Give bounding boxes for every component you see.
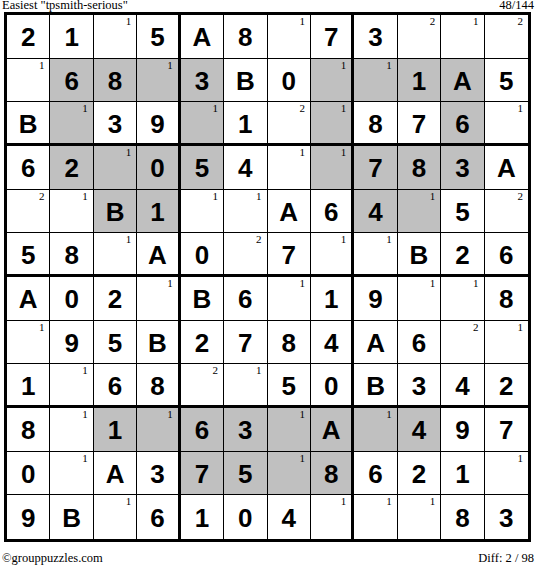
given-value: 5 bbox=[21, 242, 35, 268]
given-value: 5 bbox=[281, 373, 295, 399]
cell-r6c8[interactable]: 1 bbox=[311, 233, 354, 277]
cell-r1c12[interactable]: 2 bbox=[485, 15, 528, 59]
copyright-text: ©grouppuzzles.com bbox=[2, 552, 103, 565]
cell-r8c3: 5 bbox=[94, 321, 137, 365]
cell-r10c6: 3 bbox=[224, 408, 267, 452]
puzzle-title: Easiest "tpsmith-serious" bbox=[2, 0, 128, 12]
cell-r8c2: 9 bbox=[50, 321, 93, 365]
given-value: 2 bbox=[195, 330, 209, 356]
given-value: 6 bbox=[21, 155, 35, 181]
cell-r4c12: A bbox=[485, 146, 528, 190]
given-value: 7 bbox=[499, 417, 513, 443]
candidate-count-mark: 1 bbox=[518, 103, 524, 114]
cell-r4c10: 8 bbox=[398, 146, 441, 190]
given-value: B bbox=[192, 286, 211, 312]
cell-r7c3: 2 bbox=[94, 277, 137, 321]
cell-r7c9: 9 bbox=[354, 277, 397, 321]
cell-r5c10[interactable]: 1 bbox=[398, 190, 441, 234]
candidate-count-mark: 1 bbox=[386, 496, 392, 507]
candidate-count-mark: 2 bbox=[213, 365, 219, 376]
cell-r6c7: 7 bbox=[268, 233, 311, 277]
cell-r6c6[interactable]: 2 bbox=[224, 233, 267, 277]
given-value: 8 bbox=[368, 111, 382, 137]
cell-r7c10[interactable]: 1 bbox=[398, 277, 441, 321]
cell-r3c11: 6 bbox=[441, 102, 484, 146]
cell-r6c9[interactable]: 1 bbox=[354, 233, 397, 277]
given-value: B bbox=[19, 111, 38, 137]
cell-r6c11: 2 bbox=[441, 233, 484, 277]
candidate-count-mark: 2 bbox=[299, 103, 305, 114]
candidate-count-mark: 1 bbox=[213, 103, 219, 114]
cell-r12c2: B bbox=[50, 495, 93, 539]
given-value: 7 bbox=[324, 24, 338, 50]
cell-r4c9: 7 bbox=[354, 146, 397, 190]
cell-r1c4: 5 bbox=[137, 15, 180, 59]
cell-r2c4[interactable]: 1 bbox=[137, 59, 180, 103]
given-value: 8 bbox=[455, 505, 469, 531]
candidate-count-mark: 1 bbox=[126, 16, 132, 27]
candidate-count-mark: 1 bbox=[82, 409, 88, 420]
given-value: 9 bbox=[150, 111, 164, 137]
cell-r12c7: 4 bbox=[268, 495, 311, 539]
candidate-count-mark: 1 bbox=[473, 16, 479, 27]
cell-r2c9[interactable]: 1 bbox=[354, 59, 397, 103]
given-value: 0 bbox=[195, 242, 209, 268]
cell-r11c12[interactable]: 1 bbox=[485, 452, 528, 496]
cell-r12c4: 6 bbox=[137, 495, 180, 539]
given-value: 9 bbox=[64, 330, 78, 356]
cell-r5c8: 6 bbox=[311, 190, 354, 234]
cell-r8c9: A bbox=[354, 321, 397, 365]
given-value: 0 bbox=[324, 373, 338, 399]
candidate-count-mark: 1 bbox=[167, 278, 173, 289]
footer-bar: ©grouppuzzles.com Diff: 2 / 98 bbox=[2, 552, 534, 565]
candidate-count-mark: 1 bbox=[299, 278, 305, 289]
cell-r11c5: 7 bbox=[181, 452, 224, 496]
given-value: 3 bbox=[412, 373, 426, 399]
candidate-count-mark: 2 bbox=[430, 16, 436, 27]
given-value: 5 bbox=[455, 199, 469, 225]
given-value: 1 bbox=[150, 199, 164, 225]
given-value: 3 bbox=[195, 68, 209, 94]
cell-r12c8[interactable]: 1 bbox=[311, 495, 354, 539]
cell-r7c8: 1 bbox=[311, 277, 354, 321]
cell-r2c12: 5 bbox=[485, 59, 528, 103]
cell-r2c5: 3 bbox=[181, 59, 224, 103]
given-value: 5 bbox=[499, 68, 513, 94]
candidate-count-mark: 1 bbox=[341, 234, 347, 245]
given-value: 6 bbox=[150, 505, 164, 531]
sudoku-board: 2115A817321216813B0111A5B139112187616210… bbox=[4, 12, 531, 542]
candidate-count-mark: 2 bbox=[473, 322, 479, 333]
cell-r11c8: 8 bbox=[311, 452, 354, 496]
given-value: B bbox=[366, 373, 385, 399]
candidate-count-mark: 1 bbox=[126, 496, 132, 507]
cell-r1c3[interactable]: 1 bbox=[94, 15, 137, 59]
cell-r6c4: A bbox=[137, 233, 180, 277]
candidate-count-mark: 1 bbox=[518, 322, 524, 333]
given-value: 4 bbox=[455, 373, 469, 399]
cell-r4c4: 0 bbox=[137, 146, 180, 190]
cell-r6c12: 6 bbox=[485, 233, 528, 277]
candidate-count-mark: 1 bbox=[341, 496, 347, 507]
cell-r9c11: 4 bbox=[441, 364, 484, 408]
candidate-count-mark: 1 bbox=[473, 278, 479, 289]
given-value: A bbox=[106, 461, 125, 487]
cell-r12c9[interactable]: 1 bbox=[354, 495, 397, 539]
cell-r3c1: B bbox=[7, 102, 50, 146]
cell-r4c5: 5 bbox=[181, 146, 224, 190]
candidate-count-mark: 1 bbox=[256, 365, 262, 376]
given-value: A bbox=[19, 286, 38, 312]
cell-r7c5: B bbox=[181, 277, 224, 321]
cell-r7c11[interactable]: 1 bbox=[441, 277, 484, 321]
cell-r4c6: 4 bbox=[224, 146, 267, 190]
candidate-count-mark: 1 bbox=[430, 191, 436, 202]
given-value: 9 bbox=[455, 417, 469, 443]
given-value: 4 bbox=[368, 199, 382, 225]
candidate-count-mark: 1 bbox=[341, 103, 347, 114]
candidate-count-mark: 1 bbox=[39, 322, 45, 333]
cell-r4c7[interactable]: 1 bbox=[268, 146, 311, 190]
cell-r10c2[interactable]: 1 bbox=[50, 408, 93, 452]
cell-r6c5: 0 bbox=[181, 233, 224, 277]
given-value: 1 bbox=[455, 461, 469, 487]
cell-r4c1: 6 bbox=[7, 146, 50, 190]
cell-r8c6: 7 bbox=[224, 321, 267, 365]
cell-r7c2: 0 bbox=[50, 277, 93, 321]
cell-r7c6: 6 bbox=[224, 277, 267, 321]
given-value: 0 bbox=[150, 155, 164, 181]
given-value: 0 bbox=[64, 286, 78, 312]
candidate-count-mark: 1 bbox=[299, 453, 305, 464]
candidate-count-mark: 1 bbox=[299, 409, 305, 420]
candidate-count-mark: 1 bbox=[386, 234, 392, 245]
candidate-count-mark: 1 bbox=[518, 453, 524, 464]
header-bar: Easiest "tpsmith-serious" 48/144 bbox=[2, 0, 534, 12]
given-value: B bbox=[148, 330, 167, 356]
given-value: 6 bbox=[499, 242, 513, 268]
given-value: 8 bbox=[281, 330, 295, 356]
given-value: A bbox=[453, 68, 472, 94]
given-value: 8 bbox=[64, 242, 78, 268]
difficulty-text: Diff: 2 / 98 bbox=[478, 552, 534, 565]
candidate-count-mark: 1 bbox=[256, 191, 262, 202]
given-value: 3 bbox=[150, 461, 164, 487]
cell-r8c7: 8 bbox=[268, 321, 311, 365]
given-value: 7 bbox=[368, 155, 382, 181]
cell-r4c11: 3 bbox=[441, 146, 484, 190]
candidate-count-mark: 1 bbox=[167, 60, 173, 71]
given-value: 2 bbox=[412, 461, 426, 487]
given-value: 2 bbox=[21, 24, 35, 50]
cell-r1c6: 8 bbox=[224, 15, 267, 59]
given-value: 6 bbox=[455, 111, 469, 137]
cell-r8c8: 4 bbox=[311, 321, 354, 365]
cell-r11c11: 1 bbox=[441, 452, 484, 496]
cell-r8c5: 2 bbox=[181, 321, 224, 365]
cell-r6c1: 5 bbox=[7, 233, 50, 277]
cell-r10c7[interactable]: 1 bbox=[268, 408, 311, 452]
given-value: 0 bbox=[238, 505, 252, 531]
cell-r9c10: 3 bbox=[398, 364, 441, 408]
given-value: 3 bbox=[238, 417, 252, 443]
given-value: 4 bbox=[281, 505, 295, 531]
cell-r9c3: 6 bbox=[94, 364, 137, 408]
given-value: 3 bbox=[499, 505, 513, 531]
given-value: 9 bbox=[21, 505, 35, 531]
cell-r2c7: 0 bbox=[268, 59, 311, 103]
given-value: 6 bbox=[412, 330, 426, 356]
given-value: 0 bbox=[21, 461, 35, 487]
candidate-count-mark: 1 bbox=[299, 147, 305, 158]
cell-r3c2[interactable]: 1 bbox=[50, 102, 93, 146]
candidate-count-mark: 1 bbox=[299, 16, 305, 27]
given-value: 3 bbox=[108, 111, 122, 137]
cell-r11c2[interactable]: 1 bbox=[50, 452, 93, 496]
cell-r9c12: 2 bbox=[485, 364, 528, 408]
given-value: 0 bbox=[281, 68, 295, 94]
given-value: 8 bbox=[21, 417, 35, 443]
given-value: 3 bbox=[455, 155, 469, 181]
given-value: 6 bbox=[324, 199, 338, 225]
given-value: 6 bbox=[108, 373, 122, 399]
cell-r5c12[interactable]: 2 bbox=[485, 190, 528, 234]
given-value: 2 bbox=[455, 242, 469, 268]
cell-r1c8: 7 bbox=[311, 15, 354, 59]
given-value: 1 bbox=[108, 417, 122, 443]
given-value: A bbox=[322, 417, 341, 443]
cell-r10c5: 6 bbox=[181, 408, 224, 452]
candidate-count-mark: 1 bbox=[82, 103, 88, 114]
given-value: 4 bbox=[238, 155, 252, 181]
cell-r8c12[interactable]: 1 bbox=[485, 321, 528, 365]
cell-r11c6: 5 bbox=[224, 452, 267, 496]
cell-r11c1: 0 bbox=[7, 452, 50, 496]
cell-r5c1[interactable]: 2 bbox=[7, 190, 50, 234]
cell-r9c1: 1 bbox=[7, 364, 50, 408]
cell-r7c1: A bbox=[7, 277, 50, 321]
given-value: A bbox=[279, 199, 298, 225]
cell-r3c10: 7 bbox=[398, 102, 441, 146]
given-value: 5 bbox=[150, 24, 164, 50]
cell-r9c2[interactable]: 1 bbox=[50, 364, 93, 408]
given-value: 4 bbox=[324, 330, 338, 356]
cell-r10c9[interactable]: 1 bbox=[354, 408, 397, 452]
cell-r1c5: A bbox=[181, 15, 224, 59]
given-value: 8 bbox=[150, 373, 164, 399]
given-value: 1 bbox=[324, 286, 338, 312]
cell-r12c11: 8 bbox=[441, 495, 484, 539]
cell-r4c8[interactable]: 1 bbox=[311, 146, 354, 190]
cell-r8c11[interactable]: 2 bbox=[441, 321, 484, 365]
given-value: 1 bbox=[412, 68, 426, 94]
cell-r3c9: 8 bbox=[354, 102, 397, 146]
candidate-count-mark: 1 bbox=[126, 147, 132, 158]
given-value: B bbox=[62, 505, 81, 531]
given-value: 2 bbox=[64, 155, 78, 181]
cell-r2c10: 1 bbox=[398, 59, 441, 103]
given-value: 6 bbox=[64, 68, 78, 94]
cell-r3c7[interactable]: 2 bbox=[268, 102, 311, 146]
candidate-count-mark: 1 bbox=[341, 147, 347, 158]
cell-r3c8[interactable]: 1 bbox=[311, 102, 354, 146]
given-value: 3 bbox=[368, 24, 382, 50]
cell-r2c1[interactable]: 1 bbox=[7, 59, 50, 103]
cell-r4c2: 2 bbox=[50, 146, 93, 190]
cell-r12c3[interactable]: 1 bbox=[94, 495, 137, 539]
candidate-count-mark: 1 bbox=[386, 60, 392, 71]
candidate-count-mark: 1 bbox=[39, 60, 45, 71]
cell-r3c12[interactable]: 1 bbox=[485, 102, 528, 146]
given-value: 8 bbox=[412, 155, 426, 181]
cell-r10c12: 7 bbox=[485, 408, 528, 452]
cell-r12c6: 0 bbox=[224, 495, 267, 539]
cell-r8c4: B bbox=[137, 321, 180, 365]
given-value: B bbox=[106, 199, 125, 225]
given-value: 5 bbox=[195, 155, 209, 181]
given-value: 7 bbox=[412, 111, 426, 137]
given-value: 6 bbox=[238, 286, 252, 312]
given-value: 5 bbox=[238, 461, 252, 487]
given-value: 8 bbox=[108, 68, 122, 94]
given-value: A bbox=[366, 330, 385, 356]
cell-r1c10[interactable]: 2 bbox=[398, 15, 441, 59]
cell-r5c7: A bbox=[268, 190, 311, 234]
cell-r1c9: 3 bbox=[354, 15, 397, 59]
cell-r5c5[interactable]: 1 bbox=[181, 190, 224, 234]
given-value: 2 bbox=[499, 373, 513, 399]
given-value: 1 bbox=[195, 505, 209, 531]
candidate-count-mark: 1 bbox=[341, 60, 347, 71]
cell-r2c8[interactable]: 1 bbox=[311, 59, 354, 103]
progress-counter: 48/144 bbox=[499, 0, 534, 12]
candidate-count-mark: 2 bbox=[518, 191, 524, 202]
given-value: 8 bbox=[324, 461, 338, 487]
given-value: 2 bbox=[108, 286, 122, 312]
given-value: 7 bbox=[238, 330, 252, 356]
cell-r11c3: A bbox=[94, 452, 137, 496]
cell-r8c10: 6 bbox=[398, 321, 441, 365]
cell-r9c4: 8 bbox=[137, 364, 180, 408]
given-value: 5 bbox=[108, 330, 122, 356]
cell-r10c11: 9 bbox=[441, 408, 484, 452]
cell-r10c8: A bbox=[311, 408, 354, 452]
cell-r1c1: 2 bbox=[7, 15, 50, 59]
cell-r12c10[interactable]: 1 bbox=[398, 495, 441, 539]
cell-r1c11[interactable]: 1 bbox=[441, 15, 484, 59]
candidate-count-mark: 1 bbox=[430, 496, 436, 507]
cell-r7c12: 8 bbox=[485, 277, 528, 321]
cell-r9c5[interactable]: 2 bbox=[181, 364, 224, 408]
candidate-count-mark: 1 bbox=[213, 191, 219, 202]
cell-r2c3: 8 bbox=[94, 59, 137, 103]
given-value: 6 bbox=[368, 461, 382, 487]
cell-r2c2: 6 bbox=[50, 59, 93, 103]
cell-r12c1: 9 bbox=[7, 495, 50, 539]
cell-r2c6: B bbox=[224, 59, 267, 103]
cell-r1c2: 1 bbox=[50, 15, 93, 59]
cell-r5c2[interactable]: 1 bbox=[50, 190, 93, 234]
candidate-count-mark: 2 bbox=[39, 191, 45, 202]
cell-r5c4: 1 bbox=[137, 190, 180, 234]
given-value: 1 bbox=[21, 373, 35, 399]
cell-r3c4: 9 bbox=[137, 102, 180, 146]
cell-r3c5[interactable]: 1 bbox=[181, 102, 224, 146]
cell-r9c8: 0 bbox=[311, 364, 354, 408]
given-value: 8 bbox=[499, 286, 513, 312]
cell-r5c6[interactable]: 1 bbox=[224, 190, 267, 234]
cell-r11c7[interactable]: 1 bbox=[268, 452, 311, 496]
given-value: 7 bbox=[195, 461, 209, 487]
cell-r9c7: 5 bbox=[268, 364, 311, 408]
cell-r8c1[interactable]: 1 bbox=[7, 321, 50, 365]
candidate-count-mark: 1 bbox=[126, 234, 132, 245]
cell-r11c4: 3 bbox=[137, 452, 180, 496]
given-value: 1 bbox=[238, 111, 252, 137]
candidate-count-mark: 2 bbox=[518, 16, 524, 27]
cell-r6c3[interactable]: 1 bbox=[94, 233, 137, 277]
cell-r11c9: 6 bbox=[354, 452, 397, 496]
given-value: B bbox=[236, 68, 255, 94]
cell-r10c1: 8 bbox=[7, 408, 50, 452]
cell-r3c6: 1 bbox=[224, 102, 267, 146]
candidate-count-mark: 2 bbox=[256, 234, 262, 245]
candidate-count-mark: 1 bbox=[430, 278, 436, 289]
cell-r5c11: 5 bbox=[441, 190, 484, 234]
cell-r7c4[interactable]: 1 bbox=[137, 277, 180, 321]
given-value: 6 bbox=[195, 417, 209, 443]
cell-r3c3: 3 bbox=[94, 102, 137, 146]
given-value: 9 bbox=[368, 286, 382, 312]
given-value: B bbox=[410, 242, 429, 268]
cell-r9c9: B bbox=[354, 364, 397, 408]
given-value: A bbox=[497, 155, 516, 181]
cell-r4c3[interactable]: 1 bbox=[94, 146, 137, 190]
cell-r2c11: A bbox=[441, 59, 484, 103]
cell-r10c10: 4 bbox=[398, 408, 441, 452]
given-value: 7 bbox=[281, 242, 295, 268]
candidate-count-mark: 1 bbox=[386, 409, 392, 420]
candidate-count-mark: 1 bbox=[167, 409, 173, 420]
cell-r12c12: 3 bbox=[485, 495, 528, 539]
cell-r10c4[interactable]: 1 bbox=[137, 408, 180, 452]
given-value: 4 bbox=[412, 417, 426, 443]
given-value: A bbox=[148, 242, 167, 268]
cell-r12c5: 1 bbox=[181, 495, 224, 539]
cell-r7c7[interactable]: 1 bbox=[268, 277, 311, 321]
cell-r9c6[interactable]: 1 bbox=[224, 364, 267, 408]
given-value: A bbox=[192, 24, 211, 50]
cell-r6c10: B bbox=[398, 233, 441, 277]
cell-r11c10: 2 bbox=[398, 452, 441, 496]
cell-r1c7[interactable]: 1 bbox=[268, 15, 311, 59]
cell-r5c9: 4 bbox=[354, 190, 397, 234]
given-value: 8 bbox=[238, 24, 252, 50]
cell-r10c3: 1 bbox=[94, 408, 137, 452]
candidate-count-mark: 1 bbox=[82, 365, 88, 376]
given-value: 1 bbox=[64, 24, 78, 50]
candidate-count-mark: 1 bbox=[82, 191, 88, 202]
cell-r5c3: B bbox=[94, 190, 137, 234]
candidate-count-mark: 1 bbox=[82, 453, 88, 464]
cell-r6c2: 8 bbox=[50, 233, 93, 277]
